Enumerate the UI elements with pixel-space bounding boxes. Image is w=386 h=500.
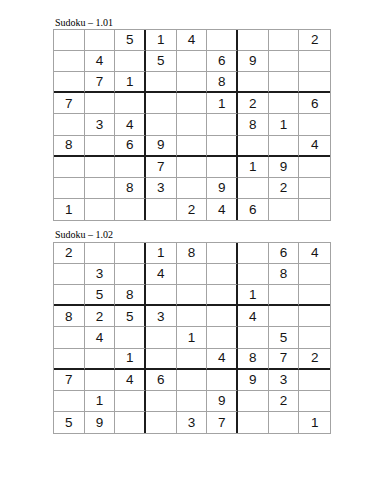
cell-r8c3: 8 bbox=[115, 178, 146, 199]
cell-r8c6: 9 bbox=[207, 178, 238, 199]
cell-r7c6 bbox=[207, 157, 238, 178]
cell-r5c5 bbox=[177, 114, 208, 135]
cell-r7c5 bbox=[177, 157, 208, 178]
cell-r4c6: 1 bbox=[207, 93, 238, 114]
cell-r4c6 bbox=[207, 306, 238, 327]
cell-r8c5 bbox=[177, 178, 208, 199]
cell-r8c3 bbox=[115, 391, 146, 412]
cell-r5c6 bbox=[207, 114, 238, 135]
cell-r1c1: 2 bbox=[54, 243, 85, 264]
cell-r3c9 bbox=[299, 72, 330, 93]
cell-r1c6 bbox=[207, 30, 238, 51]
cell-r3c2: 7 bbox=[85, 72, 116, 93]
cell-r6c7 bbox=[238, 136, 269, 157]
cell-r8c4 bbox=[146, 391, 177, 412]
cell-r3c3: 8 bbox=[115, 285, 146, 306]
cell-r5c8: 5 bbox=[269, 327, 300, 348]
cell-r7c9 bbox=[299, 370, 330, 391]
cell-r3c7 bbox=[238, 72, 269, 93]
cell-r9c2 bbox=[85, 199, 116, 220]
cell-r8c9 bbox=[299, 391, 330, 412]
cell-r1c1 bbox=[54, 30, 85, 51]
cell-r8c8: 2 bbox=[269, 391, 300, 412]
cell-r3c7: 1 bbox=[238, 285, 269, 306]
cell-r5c5: 1 bbox=[177, 327, 208, 348]
cell-r3c6 bbox=[207, 285, 238, 306]
cell-r4c9 bbox=[299, 306, 330, 327]
cell-r1c7 bbox=[238, 243, 269, 264]
cell-r2c9 bbox=[299, 51, 330, 72]
cell-r8c1 bbox=[54, 178, 85, 199]
cell-r2c5 bbox=[177, 51, 208, 72]
cell-r4c2 bbox=[85, 93, 116, 114]
cell-r5c7 bbox=[238, 327, 269, 348]
cell-r3c1 bbox=[54, 72, 85, 93]
cell-r9c4 bbox=[146, 412, 177, 433]
cell-r6c3: 6 bbox=[115, 136, 146, 157]
cell-r7c1 bbox=[54, 157, 85, 178]
cell-r4c9: 6 bbox=[299, 93, 330, 114]
cell-r9c9 bbox=[299, 199, 330, 220]
cell-r2c5 bbox=[177, 264, 208, 285]
cell-r4c8 bbox=[269, 306, 300, 327]
cell-r9c2: 9 bbox=[85, 412, 116, 433]
puzzle-title-2: Sudoku – 1.02 bbox=[55, 229, 113, 240]
cell-r6c9: 4 bbox=[299, 136, 330, 157]
cell-r8c8: 2 bbox=[269, 178, 300, 199]
cell-r2c2: 3 bbox=[85, 264, 116, 285]
cell-r9c3 bbox=[115, 199, 146, 220]
cell-r3c5 bbox=[177, 72, 208, 93]
cell-r1c5: 8 bbox=[177, 243, 208, 264]
cell-r3c8 bbox=[269, 285, 300, 306]
cell-r7c8: 3 bbox=[269, 370, 300, 391]
cell-r1c7 bbox=[238, 30, 269, 51]
cell-r9c1: 5 bbox=[54, 412, 85, 433]
cell-r9c5: 2 bbox=[177, 199, 208, 220]
cell-r6c1: 8 bbox=[54, 136, 85, 157]
cell-r2c7 bbox=[238, 264, 269, 285]
cell-r9c9: 1 bbox=[299, 412, 330, 433]
cell-r4c8 bbox=[269, 93, 300, 114]
cell-r2c3 bbox=[115, 264, 146, 285]
cell-r2c3 bbox=[115, 51, 146, 72]
cell-r2c1 bbox=[54, 264, 85, 285]
cell-r7c1: 7 bbox=[54, 370, 85, 391]
cell-r5c4 bbox=[146, 114, 177, 135]
cell-r3c3: 1 bbox=[115, 72, 146, 93]
cell-r2c6: 6 bbox=[207, 51, 238, 72]
cell-r1c2 bbox=[85, 243, 116, 264]
cell-r9c8 bbox=[269, 199, 300, 220]
cell-r8c7 bbox=[238, 178, 269, 199]
cell-r6c4 bbox=[146, 349, 177, 370]
cell-r4c3: 5 bbox=[115, 306, 146, 327]
cell-r2c8: 8 bbox=[269, 264, 300, 285]
cell-r2c8 bbox=[269, 51, 300, 72]
cell-r7c7: 9 bbox=[238, 370, 269, 391]
cell-r2c9 bbox=[299, 264, 330, 285]
cell-r5c2: 4 bbox=[85, 327, 116, 348]
cell-r5c3 bbox=[115, 327, 146, 348]
cell-r9c6: 7 bbox=[207, 412, 238, 433]
cell-r6c7: 8 bbox=[238, 349, 269, 370]
cell-r8c9 bbox=[299, 178, 330, 199]
cell-r9c6: 4 bbox=[207, 199, 238, 220]
cell-r5c4 bbox=[146, 327, 177, 348]
cell-r7c7: 1 bbox=[238, 157, 269, 178]
cell-r8c5 bbox=[177, 391, 208, 412]
cell-r7c4: 7 bbox=[146, 157, 177, 178]
cell-r9c8 bbox=[269, 412, 300, 433]
cell-r1c8: 6 bbox=[269, 243, 300, 264]
cell-r5c7: 8 bbox=[238, 114, 269, 135]
cell-r6c2 bbox=[85, 136, 116, 157]
cell-r5c9 bbox=[299, 327, 330, 348]
cell-r5c8: 1 bbox=[269, 114, 300, 135]
cell-r7c5 bbox=[177, 370, 208, 391]
cell-r8c4: 3 bbox=[146, 178, 177, 199]
cell-r5c3: 4 bbox=[115, 114, 146, 135]
cell-r2c6 bbox=[207, 264, 238, 285]
cell-r3c4 bbox=[146, 72, 177, 93]
cell-r9c7: 6 bbox=[238, 199, 269, 220]
cell-r1c3: 5 bbox=[115, 30, 146, 51]
cell-r2c4: 5 bbox=[146, 51, 177, 72]
cell-r9c3 bbox=[115, 412, 146, 433]
cell-r1c4: 1 bbox=[146, 243, 177, 264]
cell-r1c3 bbox=[115, 243, 146, 264]
cell-r3c8 bbox=[269, 72, 300, 93]
cell-r8c7 bbox=[238, 391, 269, 412]
cell-r7c3: 4 bbox=[115, 370, 146, 391]
cell-r9c7 bbox=[238, 412, 269, 433]
cell-r6c8: 7 bbox=[269, 349, 300, 370]
cell-r7c4: 6 bbox=[146, 370, 177, 391]
cell-r3c5 bbox=[177, 285, 208, 306]
cell-r5c1 bbox=[54, 327, 85, 348]
cell-r7c8: 9 bbox=[269, 157, 300, 178]
cell-r7c2 bbox=[85, 370, 116, 391]
cell-r4c3 bbox=[115, 93, 146, 114]
cell-r6c2 bbox=[85, 349, 116, 370]
cell-r9c4 bbox=[146, 199, 177, 220]
sudoku-board-2: 2186434858182534415148727469319259371 bbox=[53, 242, 331, 434]
cell-r6c5 bbox=[177, 136, 208, 157]
cell-r5c9 bbox=[299, 114, 330, 135]
cell-r7c6 bbox=[207, 370, 238, 391]
cell-r8c6: 9 bbox=[207, 391, 238, 412]
cell-r8c1 bbox=[54, 391, 85, 412]
cell-r5c2: 3 bbox=[85, 114, 116, 135]
puzzle-title-1: Sudoku – 1.01 bbox=[55, 17, 113, 28]
cell-r4c5 bbox=[177, 306, 208, 327]
cell-r4c7: 2 bbox=[238, 93, 269, 114]
cell-r1c9: 2 bbox=[299, 30, 330, 51]
cell-r5c6 bbox=[207, 327, 238, 348]
sudoku-board-1: 5142456971871263481869471983921246 bbox=[53, 29, 331, 221]
cell-r9c1: 1 bbox=[54, 199, 85, 220]
cell-r6c9: 2 bbox=[299, 349, 330, 370]
cell-r4c4: 3 bbox=[146, 306, 177, 327]
cell-r6c6 bbox=[207, 136, 238, 157]
cell-r6c5 bbox=[177, 349, 208, 370]
cell-r1c9: 4 bbox=[299, 243, 330, 264]
cell-r4c1: 8 bbox=[54, 306, 85, 327]
cell-r1c8 bbox=[269, 30, 300, 51]
cell-r7c2 bbox=[85, 157, 116, 178]
cell-r4c5 bbox=[177, 93, 208, 114]
cell-r6c1 bbox=[54, 349, 85, 370]
cell-r8c2: 1 bbox=[85, 391, 116, 412]
cell-r1c5: 4 bbox=[177, 30, 208, 51]
cell-r2c2: 4 bbox=[85, 51, 116, 72]
cell-r1c6 bbox=[207, 243, 238, 264]
cell-r6c8 bbox=[269, 136, 300, 157]
cell-r4c2: 2 bbox=[85, 306, 116, 327]
cell-r3c4 bbox=[146, 285, 177, 306]
cell-r3c9 bbox=[299, 285, 330, 306]
cell-r2c4: 4 bbox=[146, 264, 177, 285]
cell-r4c4 bbox=[146, 93, 177, 114]
cell-r2c1 bbox=[54, 51, 85, 72]
cell-r6c3: 1 bbox=[115, 349, 146, 370]
cell-r2c7: 9 bbox=[238, 51, 269, 72]
cell-r9c5: 3 bbox=[177, 412, 208, 433]
cell-r8c2 bbox=[85, 178, 116, 199]
cell-r6c6: 4 bbox=[207, 349, 238, 370]
cell-r6c4: 9 bbox=[146, 136, 177, 157]
cell-r1c4: 1 bbox=[146, 30, 177, 51]
cell-r5c1 bbox=[54, 114, 85, 135]
cell-r3c2: 5 bbox=[85, 285, 116, 306]
cell-r4c1: 7 bbox=[54, 93, 85, 114]
cell-r1c2 bbox=[85, 30, 116, 51]
cell-r4c7: 4 bbox=[238, 306, 269, 327]
cell-r3c1 bbox=[54, 285, 85, 306]
cell-r3c6: 8 bbox=[207, 72, 238, 93]
cell-r7c3 bbox=[115, 157, 146, 178]
cell-r7c9 bbox=[299, 157, 330, 178]
